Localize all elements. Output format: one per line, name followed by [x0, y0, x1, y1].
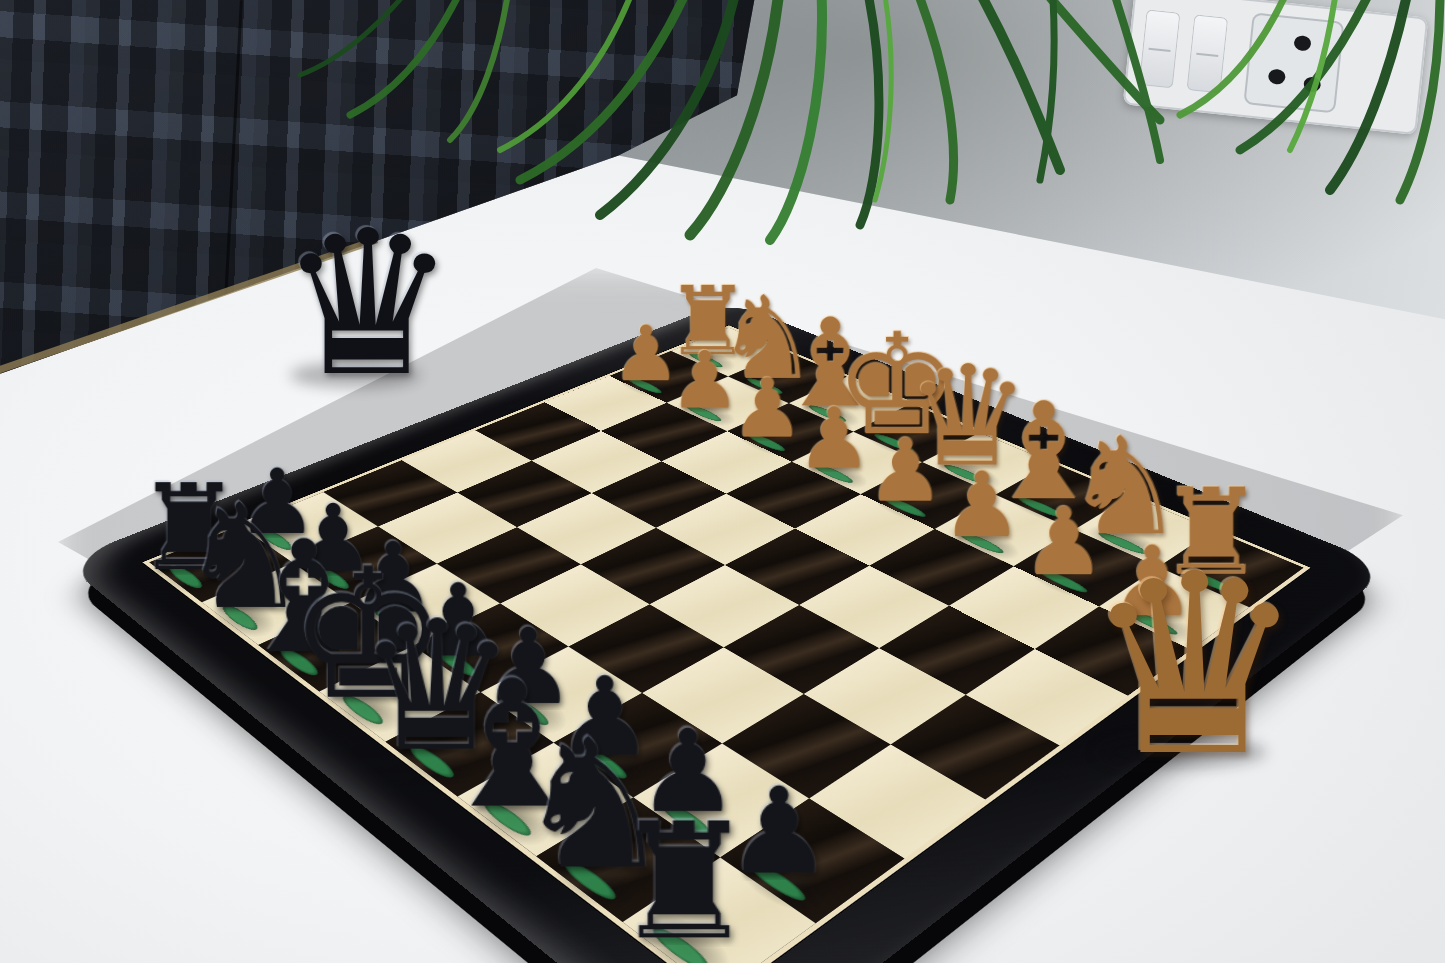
socket-plate-icon: [1243, 12, 1344, 113]
socket-hole-icon: [1303, 76, 1321, 93]
extra-white-queen[interactable]: ♛: [1082, 568, 1306, 763]
switch-rocker-icon: [1139, 9, 1181, 88]
switch-rocker-icon: [1186, 14, 1228, 93]
socket-hole-icon: [1293, 35, 1311, 52]
piece-white-pawn-c2[interactable]: ♟: [941, 465, 1022, 548]
piece-white-pawn-f2[interactable]: ♟: [731, 372, 804, 447]
piece-white-pawn-e2[interactable]: ♟: [796, 401, 871, 478]
piece-black-rook-a8[interactable]: ♜: [612, 808, 756, 956]
socket-hole-icon: [1268, 68, 1286, 85]
piece-white-pawn-d2[interactable]: ♟: [866, 432, 944, 512]
scene: ♛ ♜♞♝♚♛♝♞♜♟♟♟♟♟♟♟♟♟♟♟♟♟♟♟♟♜♞♝♚♛♝♞♜ ♛: [0, 0, 1445, 963]
piece-white-pawn-g2[interactable]: ♟: [669, 345, 740, 418]
